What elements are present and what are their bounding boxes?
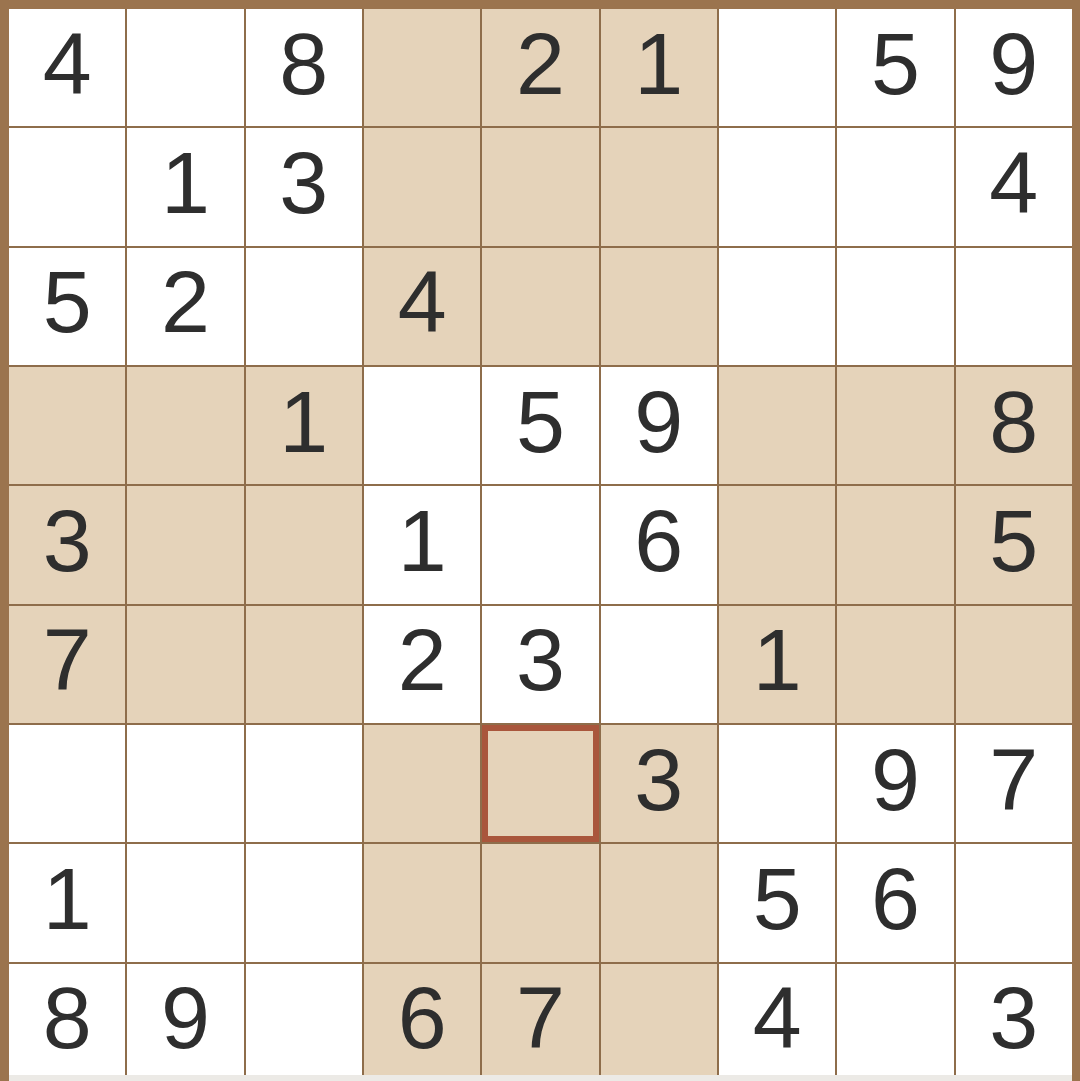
cell-r4c6[interactable]: 9 (601, 367, 717, 484)
cell-r6c1[interactable]: 7 (9, 606, 125, 723)
cell-r4c3[interactable]: 1 (246, 367, 362, 484)
digit: 4 (989, 139, 1038, 227)
cell-r9c2[interactable]: 9 (127, 964, 243, 1081)
cell-r4c8[interactable] (837, 367, 953, 484)
digit: 7 (989, 736, 1038, 824)
cell-r5c1[interactable]: 3 (9, 486, 125, 603)
bottom-strip (9, 1075, 1072, 1081)
cell-r5c9[interactable]: 5 (956, 486, 1072, 603)
cell-r1c3[interactable]: 8 (246, 9, 362, 126)
cell-r6c2[interactable] (127, 606, 243, 723)
cell-r3c8[interactable] (837, 248, 953, 365)
cell-r1c7[interactable] (719, 9, 835, 126)
cell-r2c4[interactable] (364, 128, 480, 245)
digit: 3 (989, 974, 1038, 1062)
cell-r2c1[interactable] (9, 128, 125, 245)
cell-r7c1[interactable] (9, 725, 125, 842)
cell-r6c9[interactable] (956, 606, 1072, 723)
cell-r9c5[interactable]: 7 (482, 964, 598, 1081)
cell-r8c9[interactable] (956, 844, 1072, 961)
cell-r3c1[interactable]: 5 (9, 248, 125, 365)
cell-r8c4[interactable] (364, 844, 480, 961)
digit: 1 (398, 497, 447, 585)
digit: 8 (989, 378, 1038, 466)
digit: 1 (753, 616, 802, 704)
selected-cell-highlight (482, 725, 598, 842)
cell-r9c9[interactable]: 3 (956, 964, 1072, 1081)
cell-r5c5[interactable] (482, 486, 598, 603)
digit: 6 (398, 974, 447, 1062)
digit: 5 (989, 497, 1038, 585)
cell-r7c2[interactable] (127, 725, 243, 842)
cell-r5c3[interactable] (246, 486, 362, 603)
cell-r6c7[interactable]: 1 (719, 606, 835, 723)
cell-r1c5[interactable]: 2 (482, 9, 598, 126)
cell-r6c4[interactable]: 2 (364, 606, 480, 723)
digit: 3 (43, 497, 92, 585)
cell-r9c6[interactable] (601, 964, 717, 1081)
cell-r6c5[interactable]: 3 (482, 606, 598, 723)
digit: 4 (753, 974, 802, 1062)
cell-r3c7[interactable] (719, 248, 835, 365)
digit: 8 (279, 20, 328, 108)
cell-r5c2[interactable] (127, 486, 243, 603)
cell-r6c6[interactable] (601, 606, 717, 723)
cell-r2c6[interactable] (601, 128, 717, 245)
digit: 7 (43, 616, 92, 704)
cell-r1c8[interactable]: 5 (837, 9, 953, 126)
digit: 3 (634, 736, 683, 824)
cell-r8c5[interactable] (482, 844, 598, 961)
cell-r4c1[interactable] (9, 367, 125, 484)
digit: 3 (516, 616, 565, 704)
cell-r8c7[interactable]: 5 (719, 844, 835, 961)
cell-r9c7[interactable]: 4 (719, 964, 835, 1081)
cell-r9c8[interactable] (837, 964, 953, 1081)
cell-r3c9[interactable] (956, 248, 1072, 365)
digit: 1 (279, 378, 328, 466)
digit: 9 (634, 378, 683, 466)
cell-r2c9[interactable]: 4 (956, 128, 1072, 245)
cell-r1c2[interactable] (127, 9, 243, 126)
digit: 5 (516, 378, 565, 466)
cell-r1c4[interactable] (364, 9, 480, 126)
cell-r3c2[interactable]: 2 (127, 248, 243, 365)
cell-r3c5[interactable] (482, 248, 598, 365)
digit: 1 (634, 20, 683, 108)
sudoku-page: 482159134524159831657231397156896743 (0, 0, 1080, 1081)
digit: 3 (279, 139, 328, 227)
cell-r7c4[interactable] (364, 725, 480, 842)
cell-r7c3[interactable] (246, 725, 362, 842)
cell-r9c4[interactable]: 6 (364, 964, 480, 1081)
cell-r8c2[interactable] (127, 844, 243, 961)
digit: 5 (753, 855, 802, 943)
cell-r7c6[interactable]: 3 (601, 725, 717, 842)
cell-r2c2[interactable]: 1 (127, 128, 243, 245)
cell-r2c8[interactable] (837, 128, 953, 245)
digit: 9 (871, 736, 920, 824)
cell-r9c3[interactable] (246, 964, 362, 1081)
cell-r5c6[interactable]: 6 (601, 486, 717, 603)
digit: 9 (989, 20, 1038, 108)
digit: 7 (516, 974, 565, 1062)
cell-r2c5[interactable] (482, 128, 598, 245)
digit: 1 (43, 855, 92, 943)
cell-r2c3[interactable]: 3 (246, 128, 362, 245)
digit: 1 (161, 139, 210, 227)
digit: 2 (398, 616, 447, 704)
sudoku-board: 482159134524159831657231397156896743 (9, 9, 1072, 1081)
cell-r8c8[interactable]: 6 (837, 844, 953, 961)
cell-r4c5[interactable]: 5 (482, 367, 598, 484)
board-frame: 482159134524159831657231397156896743 (0, 0, 1080, 1081)
cell-r1c6[interactable]: 1 (601, 9, 717, 126)
cell-r8c1[interactable]: 1 (9, 844, 125, 961)
cell-r6c8[interactable] (837, 606, 953, 723)
digit: 2 (161, 258, 210, 346)
cell-r7c5[interactable] (482, 725, 598, 842)
cell-r4c9[interactable]: 8 (956, 367, 1072, 484)
cell-r1c9[interactable]: 9 (956, 9, 1072, 126)
cell-r4c7[interactable] (719, 367, 835, 484)
cell-r1c1[interactable]: 4 (9, 9, 125, 126)
cell-r3c6[interactable] (601, 248, 717, 365)
cell-r9c1[interactable]: 8 (9, 964, 125, 1081)
digit: 5 (43, 258, 92, 346)
cell-r3c4[interactable]: 4 (364, 248, 480, 365)
digit: 6 (871, 855, 920, 943)
cell-r8c6[interactable] (601, 844, 717, 961)
cell-r6c3[interactable] (246, 606, 362, 723)
digit: 5 (871, 20, 920, 108)
cell-r4c4[interactable] (364, 367, 480, 484)
cell-r7c9[interactable]: 7 (956, 725, 1072, 842)
digit: 9 (161, 974, 210, 1062)
cell-r5c7[interactable] (719, 486, 835, 603)
cell-r3c3[interactable] (246, 248, 362, 365)
cell-r7c8[interactable]: 9 (837, 725, 953, 842)
digit: 4 (398, 258, 447, 346)
cell-r2c7[interactable] (719, 128, 835, 245)
digit: 4 (43, 20, 92, 108)
digit: 8 (43, 974, 92, 1062)
cell-r4c2[interactable] (127, 367, 243, 484)
cell-r5c8[interactable] (837, 486, 953, 603)
cell-r5c4[interactable]: 1 (364, 486, 480, 603)
cell-r8c3[interactable] (246, 844, 362, 961)
digit: 6 (634, 497, 683, 585)
cell-r7c7[interactable] (719, 725, 835, 842)
digit: 2 (516, 20, 565, 108)
